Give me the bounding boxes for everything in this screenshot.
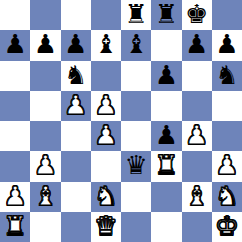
square-d3[interactable]: [91, 151, 121, 181]
black-pawn[interactable]: ♟: [185, 31, 208, 57]
white-knight[interactable]: ♞: [94, 183, 117, 209]
black-bishop[interactable]: ♝: [124, 31, 147, 57]
white-bishop[interactable]: ♝: [34, 183, 57, 209]
square-h1[interactable]: ♚: [212, 212, 242, 242]
square-d1[interactable]: ♛: [91, 212, 121, 242]
square-e1[interactable]: [121, 212, 151, 242]
square-d5[interactable]: ♟: [91, 91, 121, 121]
black-rook[interactable]: ♜: [124, 1, 147, 27]
square-e4[interactable]: [121, 121, 151, 151]
square-d6[interactable]: [91, 61, 121, 91]
square-e8[interactable]: ♜: [121, 0, 151, 30]
square-f5[interactable]: [151, 91, 181, 121]
square-h7[interactable]: ♟: [212, 30, 242, 60]
square-c4[interactable]: [61, 121, 91, 151]
square-f2[interactable]: [151, 182, 181, 212]
square-h6[interactable]: ♞: [212, 61, 242, 91]
white-pawn[interactable]: ♟: [215, 152, 238, 178]
square-c3[interactable]: [61, 151, 91, 181]
square-h3[interactable]: ♟: [212, 151, 242, 181]
black-rook[interactable]: ♜: [155, 1, 178, 27]
square-f6[interactable]: ♟: [151, 61, 181, 91]
square-e7[interactable]: ♝: [121, 30, 151, 60]
square-g6[interactable]: [182, 61, 212, 91]
square-f8[interactable]: ♜: [151, 0, 181, 30]
square-h2[interactable]: ♞: [212, 182, 242, 212]
square-h8[interactable]: [212, 0, 242, 30]
white-pawn[interactable]: ♟: [3, 183, 26, 209]
square-c1[interactable]: [61, 212, 91, 242]
square-f7[interactable]: [151, 30, 181, 60]
square-b7[interactable]: ♟: [30, 30, 60, 60]
black-bishop[interactable]: ♝: [94, 31, 117, 57]
square-g4[interactable]: ♟: [182, 121, 212, 151]
black-knight[interactable]: ♞: [215, 62, 238, 88]
white-rook[interactable]: ♜: [3, 213, 26, 239]
square-g8[interactable]: ♚: [182, 0, 212, 30]
square-d4[interactable]: ♟: [91, 121, 121, 151]
square-a5[interactable]: [0, 91, 30, 121]
white-king[interactable]: ♚: [215, 213, 238, 239]
square-b4[interactable]: [30, 121, 60, 151]
square-c8[interactable]: [61, 0, 91, 30]
black-king[interactable]: ♚: [185, 1, 208, 27]
square-g2[interactable]: ♝: [182, 182, 212, 212]
square-a3[interactable]: [0, 151, 30, 181]
chess-board: ♜♜♚♟♟♟♝♝♟♟♞♟♞♟♟♟♟♟♟♛♜♟♟♝♞♝♞♜♛♚: [0, 0, 242, 242]
square-b2[interactable]: ♝: [30, 182, 60, 212]
black-queen[interactable]: ♛: [124, 152, 147, 178]
square-c6[interactable]: ♞: [61, 61, 91, 91]
black-pawn[interactable]: ♟: [155, 122, 178, 148]
square-b6[interactable]: [30, 61, 60, 91]
square-b1[interactable]: [30, 212, 60, 242]
square-b3[interactable]: ♟: [30, 151, 60, 181]
square-e2[interactable]: [121, 182, 151, 212]
white-pawn[interactable]: ♟: [64, 92, 87, 118]
square-c7[interactable]: ♟: [61, 30, 91, 60]
black-pawn[interactable]: ♟: [3, 31, 26, 57]
black-pawn[interactable]: ♟: [215, 31, 238, 57]
square-f4[interactable]: ♟: [151, 121, 181, 151]
white-rook[interactable]: ♜: [155, 152, 178, 178]
square-c2[interactable]: [61, 182, 91, 212]
square-h5[interactable]: [212, 91, 242, 121]
square-c5[interactable]: ♟: [61, 91, 91, 121]
square-e5[interactable]: [121, 91, 151, 121]
square-g1[interactable]: [182, 212, 212, 242]
white-pawn[interactable]: ♟: [185, 122, 208, 148]
square-f3[interactable]: ♜: [151, 151, 181, 181]
black-pawn[interactable]: ♟: [155, 62, 178, 88]
square-g7[interactable]: ♟: [182, 30, 212, 60]
white-queen[interactable]: ♛: [94, 213, 117, 239]
square-h4[interactable]: [212, 121, 242, 151]
white-bishop[interactable]: ♝: [185, 183, 208, 209]
square-e6[interactable]: [121, 61, 151, 91]
square-b5[interactable]: [30, 91, 60, 121]
square-b8[interactable]: [30, 0, 60, 30]
white-pawn[interactable]: ♟: [94, 92, 117, 118]
square-a8[interactable]: [0, 0, 30, 30]
black-pawn[interactable]: ♟: [34, 31, 57, 57]
square-f1[interactable]: [151, 212, 181, 242]
square-d8[interactable]: [91, 0, 121, 30]
square-d2[interactable]: ♞: [91, 182, 121, 212]
square-e3[interactable]: ♛: [121, 151, 151, 181]
square-a4[interactable]: [0, 121, 30, 151]
black-pawn[interactable]: ♟: [64, 31, 87, 57]
white-pawn[interactable]: ♟: [34, 152, 57, 178]
square-g5[interactable]: [182, 91, 212, 121]
square-d7[interactable]: ♝: [91, 30, 121, 60]
white-knight[interactable]: ♞: [215, 183, 238, 209]
square-a7[interactable]: ♟: [0, 30, 30, 60]
square-g3[interactable]: [182, 151, 212, 181]
square-a2[interactable]: ♟: [0, 182, 30, 212]
white-pawn[interactable]: ♟: [94, 122, 117, 148]
square-a1[interactable]: ♜: [0, 212, 30, 242]
square-a6[interactable]: [0, 61, 30, 91]
black-knight[interactable]: ♞: [64, 62, 87, 88]
